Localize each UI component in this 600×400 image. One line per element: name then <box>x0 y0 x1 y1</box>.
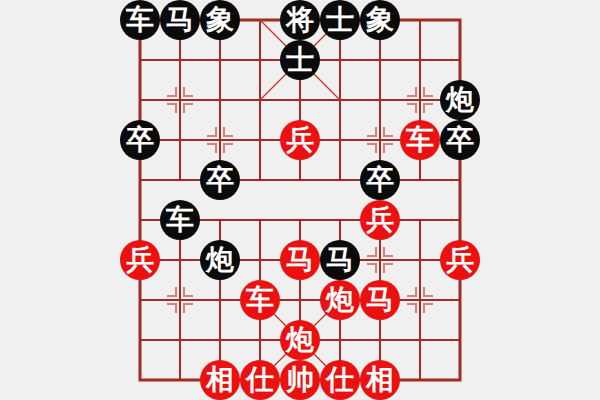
red-advisor[interactable]: 仕 <box>240 360 280 400</box>
red-soldier[interactable]: 兵 <box>360 200 400 240</box>
red-cannon[interactable]: 炮 <box>280 320 320 360</box>
red-elephant[interactable]: 相 <box>200 360 240 400</box>
red-advisor[interactable]: 仕 <box>320 360 360 400</box>
black-chariot[interactable]: 车 <box>120 0 160 40</box>
red-soldier[interactable]: 兵 <box>120 240 160 280</box>
black-cannon[interactable]: 炮 <box>200 240 240 280</box>
red-chariot[interactable]: 车 <box>400 120 440 160</box>
black-elephant[interactable]: 象 <box>200 0 240 40</box>
black-soldier[interactable]: 卒 <box>120 120 160 160</box>
red-horse[interactable]: 马 <box>360 280 400 320</box>
red-cannon[interactable]: 炮 <box>320 280 360 320</box>
black-soldier[interactable]: 卒 <box>440 120 480 160</box>
black-horse[interactable]: 马 <box>320 240 360 280</box>
pieces-layer: 车马象将士象士炮卒兵车卒卒卒车兵兵炮马马兵车炮马炮相仕帅仕相 <box>120 0 480 400</box>
black-soldier[interactable]: 卒 <box>200 160 240 200</box>
black-general[interactable]: 将 <box>280 0 320 40</box>
red-soldier[interactable]: 兵 <box>280 120 320 160</box>
black-advisor[interactable]: 士 <box>280 40 320 80</box>
black-cannon[interactable]: 炮 <box>440 80 480 120</box>
red-elephant[interactable]: 相 <box>360 360 400 400</box>
black-soldier[interactable]: 卒 <box>360 160 400 200</box>
red-chariot[interactable]: 车 <box>240 280 280 320</box>
black-horse[interactable]: 马 <box>160 0 200 40</box>
red-general[interactable]: 帅 <box>280 360 320 400</box>
red-horse[interactable]: 马 <box>280 240 320 280</box>
black-advisor[interactable]: 士 <box>320 0 360 40</box>
black-elephant[interactable]: 象 <box>360 0 400 40</box>
black-chariot[interactable]: 车 <box>160 200 200 240</box>
xiangqi-board: 车马象将士象士炮卒兵车卒卒卒车兵兵炮马马兵车炮马炮相仕帅仕相 <box>0 0 600 400</box>
red-soldier[interactable]: 兵 <box>440 240 480 280</box>
